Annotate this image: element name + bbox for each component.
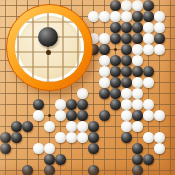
white-stone [154,22,165,33]
white-stone [132,99,143,110]
black-stone [143,11,154,22]
black-stone [143,66,154,77]
black-stone [33,99,44,110]
black-stone [88,132,99,143]
white-stone [132,55,143,66]
black-stone [132,66,143,77]
black-stone [110,33,121,44]
white-stone [132,121,143,132]
black-stone [132,22,143,33]
magnifier-lens [15,13,84,82]
black-stone [121,22,132,33]
black-stone [143,0,154,11]
black-stone [121,66,132,77]
black-stone [143,154,154,165]
white-stone [99,66,110,77]
white-stone [154,132,165,143]
black-stone [77,99,88,110]
white-stone [33,143,44,154]
white-stone [132,44,143,55]
black-stone [77,110,88,121]
white-stone [154,110,165,121]
black-stone [110,55,121,66]
white-stone [121,99,132,110]
black-stone [132,11,143,22]
black-stone [121,44,132,55]
black-stone [121,132,132,143]
magnified-star-point [46,50,51,55]
black-stone [11,132,22,143]
star-point [48,114,51,117]
black-stone [110,77,121,88]
white-stone [44,121,55,132]
white-stone [132,0,143,11]
white-stone [143,110,154,121]
black-stone [110,66,121,77]
black-stone [132,154,143,165]
white-stone [143,22,154,33]
white-stone [99,77,110,88]
white-stone [33,110,44,121]
magnified-black-stone [38,27,58,47]
white-stone [55,99,66,110]
magnifier-loupe [6,4,93,91]
black-stone [121,77,132,88]
black-stone [110,22,121,33]
star-point [114,48,117,51]
black-stone [110,99,121,110]
white-stone [88,11,99,22]
white-stone [66,121,77,132]
black-stone [0,143,11,154]
black-stone [132,33,143,44]
white-stone [143,132,154,143]
white-stone [154,44,165,55]
white-stone [44,143,55,154]
white-stone [121,0,132,11]
go-game-screenshot [0,0,175,175]
black-stone [88,165,99,175]
black-stone [88,121,99,132]
white-stone [132,77,143,88]
white-stone [55,110,66,121]
black-stone [110,88,121,99]
white-stone [55,132,66,143]
lens-grid-lines [15,13,84,82]
white-stone [121,11,132,22]
black-stone [132,143,143,154]
black-stone [11,121,22,132]
black-stone [121,55,132,66]
black-stone [99,110,110,121]
white-stone [154,11,165,22]
black-stone [66,110,77,121]
white-stone [143,33,154,44]
black-stone [110,0,121,11]
black-stone [132,110,143,121]
black-stone [154,33,165,44]
black-stone [99,88,110,99]
white-stone [143,44,154,55]
white-stone [110,11,121,22]
black-stone [88,143,99,154]
white-stone [99,11,110,22]
black-stone [66,99,77,110]
white-stone [77,88,88,99]
white-stone [143,77,154,88]
white-stone [154,143,165,154]
white-stone [66,132,77,143]
black-stone [44,165,55,175]
white-stone [99,33,110,44]
white-stone [99,55,110,66]
white-stone [77,132,88,143]
black-stone [0,132,11,143]
black-stone [22,121,33,132]
white-stone [143,99,154,110]
black-stone [121,33,132,44]
white-stone [121,88,132,99]
white-stone [132,88,143,99]
white-stone [121,121,132,132]
black-stone [132,165,143,175]
black-stone [55,154,66,165]
white-stone [77,121,88,132]
white-stone [121,110,132,121]
black-stone [99,44,110,55]
black-stone [22,165,33,175]
black-stone [44,154,55,165]
